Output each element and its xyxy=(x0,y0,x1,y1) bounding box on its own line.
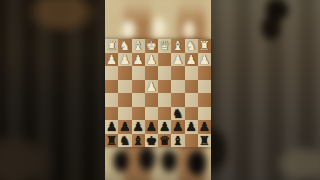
square-b3[interactable] xyxy=(185,66,198,80)
square-h4[interactable] xyxy=(105,80,118,94)
video-frame: ♜♞♝♚♛♝♞♜♟♟♟♟♟♟♟♟♞♟♟♟♟♟♟♟♟♜♞♝♚♛♝♜ xyxy=(0,0,320,180)
square-h2[interactable]: ♟ xyxy=(105,53,118,67)
piece-white-pawn-h2[interactable]: ♟ xyxy=(106,52,117,65)
square-c2[interactable]: ♟ xyxy=(171,53,184,67)
square-a5[interactable] xyxy=(198,93,211,107)
blurred-background-right xyxy=(211,0,320,180)
square-a4[interactable] xyxy=(198,80,211,94)
piece-black-king-e8[interactable]: ♚ xyxy=(146,133,157,146)
piece-black-bishop-c8[interactable]: ♝ xyxy=(172,133,183,146)
square-c8[interactable]: ♝ xyxy=(171,134,184,148)
square-f4[interactable] xyxy=(132,80,145,94)
piece-white-pawn-f2[interactable]: ♟ xyxy=(133,52,144,65)
square-d4[interactable] xyxy=(158,80,171,94)
piece-black-pawn-c7[interactable]: ♟ xyxy=(172,120,183,133)
piece-white-pawn-c2[interactable]: ♟ xyxy=(172,52,183,65)
square-g2[interactable]: ♟ xyxy=(118,53,131,67)
blurred-white-piece-silhouettes xyxy=(105,0,211,39)
piece-white-pawn-a2[interactable]: ♟ xyxy=(199,52,210,65)
square-b2[interactable]: ♟ xyxy=(185,53,198,67)
square-c4[interactable] xyxy=(171,80,184,94)
piece-black-knight-c6[interactable]: ♞ xyxy=(172,106,183,119)
square-e8[interactable]: ♚ xyxy=(145,134,158,148)
blurred-board-texture-left xyxy=(0,0,105,180)
square-d5[interactable] xyxy=(158,93,171,107)
piece-black-pawn-f7[interactable]: ♟ xyxy=(133,120,144,133)
square-f5[interactable] xyxy=(132,93,145,107)
piece-black-pawn-g7[interactable]: ♟ xyxy=(119,120,130,133)
square-g4[interactable] xyxy=(118,80,131,94)
blurred-background-left xyxy=(0,0,105,180)
piece-white-bishop-c1[interactable]: ♝ xyxy=(172,39,183,52)
square-h8[interactable]: ♜ xyxy=(105,134,118,148)
square-d1[interactable]: ♛ xyxy=(158,39,171,53)
square-h5[interactable] xyxy=(105,93,118,107)
piece-white-rook-a1[interactable]: ♜ xyxy=(199,39,210,52)
square-f2[interactable]: ♟ xyxy=(132,53,145,67)
square-a3[interactable] xyxy=(198,66,211,80)
piece-white-knight-b1[interactable]: ♞ xyxy=(186,39,197,52)
piece-black-knight-g8[interactable]: ♞ xyxy=(119,133,130,146)
piece-white-knight-g1[interactable]: ♞ xyxy=(119,39,130,52)
square-f3[interactable] xyxy=(132,66,145,80)
piece-black-rook-a8[interactable]: ♜ xyxy=(199,133,210,146)
square-d3[interactable] xyxy=(158,66,171,80)
square-d8[interactable]: ♛ xyxy=(158,134,171,148)
square-b5[interactable] xyxy=(185,93,198,107)
blurred-black-piece-silhouettes xyxy=(211,0,320,180)
piece-black-rook-h8[interactable]: ♜ xyxy=(106,133,117,146)
chess-board: ♜♞♝♚♛♝♞♜♟♟♟♟♟♟♟♟♞♟♟♟♟♟♟♟♟♜♞♝♚♛♝♜ xyxy=(105,39,211,147)
square-a8[interactable]: ♜ xyxy=(198,134,211,148)
square-e5[interactable] xyxy=(145,93,158,107)
piece-white-queen-d1[interactable]: ♛ xyxy=(159,39,170,52)
piece-white-pawn-b2[interactable]: ♟ xyxy=(186,52,197,65)
square-b4[interactable] xyxy=(185,80,198,94)
piece-black-pawn-h7[interactable]: ♟ xyxy=(106,120,117,133)
square-g3[interactable] xyxy=(118,66,131,80)
square-d2[interactable] xyxy=(158,53,171,67)
square-a2[interactable]: ♟ xyxy=(198,53,211,67)
square-g5[interactable] xyxy=(118,93,131,107)
square-b8[interactable] xyxy=(185,134,198,148)
piece-white-pawn-e2[interactable]: ♟ xyxy=(146,52,157,65)
piece-black-pawn-e7[interactable]: ♟ xyxy=(146,120,157,133)
square-h3[interactable] xyxy=(105,66,118,80)
piece-white-pawn-e4[interactable]: ♟ xyxy=(146,79,157,92)
piece-white-pawn-g2[interactable]: ♟ xyxy=(119,52,130,65)
square-g8[interactable]: ♞ xyxy=(118,134,131,148)
piece-white-rook-h1[interactable]: ♜ xyxy=(106,39,117,52)
piece-white-bishop-f1[interactable]: ♝ xyxy=(133,39,144,52)
square-e4[interactable]: ♟ xyxy=(145,80,158,94)
piece-black-pawn-d7[interactable]: ♟ xyxy=(159,120,170,133)
piece-black-pawn-b7[interactable]: ♟ xyxy=(186,120,197,133)
blurred-black-pawn-silhouettes xyxy=(105,147,211,180)
square-b7[interactable]: ♟ xyxy=(185,120,198,134)
blurred-background-top xyxy=(105,0,211,39)
square-e2[interactable]: ♟ xyxy=(145,53,158,67)
piece-black-pawn-a7[interactable]: ♟ xyxy=(199,120,210,133)
square-c3[interactable] xyxy=(171,66,184,80)
square-f8[interactable]: ♝ xyxy=(132,134,145,148)
blurred-background-bottom xyxy=(105,147,211,180)
piece-black-queen-d8[interactable]: ♛ xyxy=(159,133,170,146)
piece-black-bishop-f8[interactable]: ♝ xyxy=(133,133,144,146)
piece-white-king-e1[interactable]: ♚ xyxy=(146,39,157,52)
